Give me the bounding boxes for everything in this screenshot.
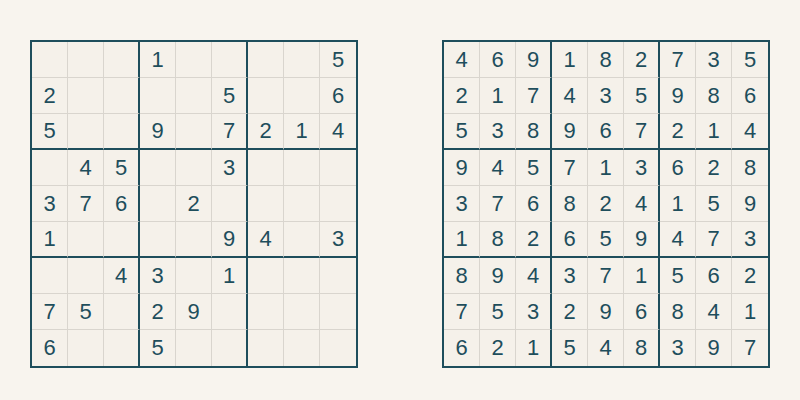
puzzle-cell-r1c9[interactable]: 5	[320, 42, 356, 78]
puzzle-cell-r8c7[interactable]	[248, 294, 284, 330]
solution-cell-r4c5: 1	[588, 150, 624, 186]
solution-cell-r3c3: 8	[516, 114, 552, 150]
puzzle-cell-r9c7[interactable]	[248, 330, 284, 366]
solution-cell-r5c3: 6	[516, 186, 552, 222]
puzzle-cell-r6c9[interactable]: 3	[320, 222, 356, 258]
solution-cell-r6c1: 1	[444, 222, 480, 258]
puzzle-cell-r9c6[interactable]	[212, 330, 248, 366]
solution-cell-r3c1: 5	[444, 114, 480, 150]
puzzle-cell-r1c5[interactable]	[176, 42, 212, 78]
puzzle-cell-r9c1[interactable]: 6	[32, 330, 68, 366]
solution-cell-r4c6: 3	[624, 150, 660, 186]
solution-cell-r7c4: 3	[552, 258, 588, 294]
puzzle-cell-r2c7[interactable]	[248, 78, 284, 114]
puzzle-cell-r8c1[interactable]: 7	[32, 294, 68, 330]
solution-cell-r3c7: 2	[660, 114, 696, 150]
solution-cell-r7c6: 1	[624, 258, 660, 294]
solution-cell-r2c6: 5	[624, 78, 660, 114]
solution-cell-r8c1: 7	[444, 294, 480, 330]
puzzle-cell-r4c8[interactable]	[284, 150, 320, 186]
solution-cell-r8c4: 2	[552, 294, 588, 330]
solution-cell-r2c7: 9	[660, 78, 696, 114]
solution-cell-r9c9: 7	[732, 330, 768, 366]
solution-cell-r5c8: 5	[696, 186, 732, 222]
puzzle-cell-r3c5[interactable]	[176, 114, 212, 150]
solution-cell-r8c9: 1	[732, 294, 768, 330]
puzzle-cell-r5c5[interactable]: 2	[176, 186, 212, 222]
solution-cell-r2c1: 2	[444, 78, 480, 114]
puzzle-cell-r3c4[interactable]: 9	[140, 114, 176, 150]
solution-cell-r1c8: 3	[696, 42, 732, 78]
solution-cell-r4c4: 7	[552, 150, 588, 186]
solution-cell-r3c4: 9	[552, 114, 588, 150]
puzzle-cell-r6c1[interactable]: 1	[32, 222, 68, 258]
solution-cell-r6c6: 9	[624, 222, 660, 258]
solution-cell-r7c8: 6	[696, 258, 732, 294]
puzzle-cell-r7c1[interactable]	[32, 258, 68, 294]
puzzle-cell-r5c6[interactable]	[212, 186, 248, 222]
solution-cell-r3c5: 6	[588, 114, 624, 150]
puzzle-cell-r4c4[interactable]	[140, 150, 176, 186]
solution-cell-r1c7: 7	[660, 42, 696, 78]
solution-cell-r7c2: 9	[480, 258, 516, 294]
puzzle-cell-r7c8[interactable]	[284, 258, 320, 294]
puzzle-cell-r1c2[interactable]	[68, 42, 104, 78]
solution-cell-r4c7: 6	[660, 150, 696, 186]
solution-cell-r4c8: 2	[696, 150, 732, 186]
solution-cell-r9c1: 6	[444, 330, 480, 366]
solution-cell-r2c8: 8	[696, 78, 732, 114]
puzzle-cell-r4c3[interactable]: 5	[104, 150, 140, 186]
puzzle-cell-r8c9[interactable]	[320, 294, 356, 330]
solution-cell-r1c4: 1	[552, 42, 588, 78]
puzzle-cell-r1c4[interactable]: 1	[140, 42, 176, 78]
puzzle-cell-r5c8[interactable]	[284, 186, 320, 222]
puzzle-cell-r8c6[interactable]	[212, 294, 248, 330]
puzzle-cell-r8c2[interactable]: 5	[68, 294, 104, 330]
solution-cell-r8c8: 4	[696, 294, 732, 330]
solution-cell-r4c1: 9	[444, 150, 480, 186]
sudoku-page: 1525659721445337621943431752965 46918273…	[0, 0, 800, 400]
solution-cell-r9c2: 2	[480, 330, 516, 366]
puzzle-cell-r6c5[interactable]	[176, 222, 212, 258]
puzzle-cell-r2c5[interactable]	[176, 78, 212, 114]
solution-cell-r5c4: 8	[552, 186, 588, 222]
solution-cell-r2c3: 7	[516, 78, 552, 114]
solution-cell-r8c7: 8	[660, 294, 696, 330]
solution-cell-r3c9: 4	[732, 114, 768, 150]
puzzle-cell-r2c4[interactable]	[140, 78, 176, 114]
puzzle-cell-r3c2[interactable]	[68, 114, 104, 150]
puzzle-cell-r1c7[interactable]	[248, 42, 284, 78]
puzzle-cell-r5c4[interactable]	[140, 186, 176, 222]
puzzle-cell-r6c3[interactable]	[104, 222, 140, 258]
puzzle-cell-r7c2[interactable]	[68, 258, 104, 294]
solution-cell-r8c3: 3	[516, 294, 552, 330]
solution-cell-r6c8: 7	[696, 222, 732, 258]
puzzle-cell-r4c9[interactable]	[320, 150, 356, 186]
solution-board: 4691827352174359865389672149457136283768…	[442, 40, 770, 368]
solution-cell-r2c9: 6	[732, 78, 768, 114]
puzzle-cell-r6c8[interactable]	[284, 222, 320, 258]
solution-cell-r4c3: 5	[516, 150, 552, 186]
solution-cell-r6c3: 2	[516, 222, 552, 258]
puzzle-cell-r4c7[interactable]	[248, 150, 284, 186]
puzzle-cell-r9c5[interactable]	[176, 330, 212, 366]
solution-cell-r4c2: 4	[480, 150, 516, 186]
solution-cell-r4c9: 8	[732, 150, 768, 186]
puzzle-cell-r5c3[interactable]: 6	[104, 186, 140, 222]
solution-cell-r9c4: 5	[552, 330, 588, 366]
solution-cell-r2c2: 1	[480, 78, 516, 114]
puzzle-cell-r2c6[interactable]: 5	[212, 78, 248, 114]
puzzle-cell-r4c5[interactable]	[176, 150, 212, 186]
puzzle-cell-r5c7[interactable]	[248, 186, 284, 222]
solution-cell-r5c7: 1	[660, 186, 696, 222]
puzzle-cell-r6c4[interactable]	[140, 222, 176, 258]
solution-cell-r6c7: 4	[660, 222, 696, 258]
puzzle-cell-r3c3[interactable]	[104, 114, 140, 150]
puzzle-cell-r2c2[interactable]	[68, 78, 104, 114]
solution-cell-r6c9: 3	[732, 222, 768, 258]
puzzle-cell-r2c9[interactable]: 6	[320, 78, 356, 114]
puzzle-cell-r2c8[interactable]	[284, 78, 320, 114]
solution-cell-r7c7: 5	[660, 258, 696, 294]
puzzle-cell-r4c6[interactable]: 3	[212, 150, 248, 186]
puzzle-cell-r7c6[interactable]: 1	[212, 258, 248, 294]
puzzle-cell-r6c7[interactable]: 4	[248, 222, 284, 258]
puzzle-cell-r4c2[interactable]: 4	[68, 150, 104, 186]
solution-cell-r1c3: 9	[516, 42, 552, 78]
puzzle-cell-r6c2[interactable]	[68, 222, 104, 258]
solution-cell-r1c6: 2	[624, 42, 660, 78]
solution-cell-r8c6: 6	[624, 294, 660, 330]
puzzle-cell-r8c3[interactable]	[104, 294, 140, 330]
puzzle-cell-r9c2[interactable]	[68, 330, 104, 366]
solution-cell-r7c1: 8	[444, 258, 480, 294]
puzzle-cell-r7c7[interactable]	[248, 258, 284, 294]
puzzle-cell-r4c1[interactable]	[32, 150, 68, 186]
puzzle-cell-r7c3[interactable]: 4	[104, 258, 140, 294]
solution-cell-r3c6: 7	[624, 114, 660, 150]
puzzle-cell-r5c2[interactable]: 7	[68, 186, 104, 222]
puzzle-cell-r3c6[interactable]: 7	[212, 114, 248, 150]
puzzle-cell-r7c9[interactable]	[320, 258, 356, 294]
solution-cell-r2c4: 4	[552, 78, 588, 114]
solution-cell-r5c9: 9	[732, 186, 768, 222]
solution-cell-r1c2: 6	[480, 42, 516, 78]
puzzle-cell-r3c9[interactable]: 4	[320, 114, 356, 150]
solution-cell-r3c8: 1	[696, 114, 732, 150]
solution-cell-r6c2: 8	[480, 222, 516, 258]
solution-cell-r1c5: 8	[588, 42, 624, 78]
puzzle-cell-r8c4[interactable]: 2	[140, 294, 176, 330]
solution-cell-r1c1: 4	[444, 42, 480, 78]
puzzle-cell-r7c5[interactable]	[176, 258, 212, 294]
puzzle-cell-r1c8[interactable]	[284, 42, 320, 78]
puzzle-cell-r3c7[interactable]: 2	[248, 114, 284, 150]
puzzle-cell-r6c6[interactable]: 9	[212, 222, 248, 258]
solution-cell-r3c2: 3	[480, 114, 516, 150]
solution-cell-r5c5: 2	[588, 186, 624, 222]
solution-cell-r7c5: 7	[588, 258, 624, 294]
solution-cell-r8c5: 9	[588, 294, 624, 330]
puzzle-cell-r5c1[interactable]: 3	[32, 186, 68, 222]
puzzle-cell-r7c4[interactable]: 3	[140, 258, 176, 294]
puzzle-cell-r2c1[interactable]: 2	[32, 78, 68, 114]
puzzle-cell-r1c3[interactable]	[104, 42, 140, 78]
puzzle-cell-r9c4[interactable]: 5	[140, 330, 176, 366]
solution-cell-r6c4: 6	[552, 222, 588, 258]
puzzle-cell-r5c9[interactable]	[320, 186, 356, 222]
puzzle-cell-r3c1[interactable]: 5	[32, 114, 68, 150]
puzzle-cell-r2c3[interactable]	[104, 78, 140, 114]
puzzle-cell-r1c6[interactable]	[212, 42, 248, 78]
solution-cell-r5c2: 7	[480, 186, 516, 222]
solution-cell-r7c9: 2	[732, 258, 768, 294]
solution-cell-r9c5: 4	[588, 330, 624, 366]
solution-cell-r6c5: 5	[588, 222, 624, 258]
puzzle-cell-r9c3[interactable]	[104, 330, 140, 366]
solution-cell-r9c8: 9	[696, 330, 732, 366]
solution-cell-r5c1: 3	[444, 186, 480, 222]
solution-cell-r9c7: 3	[660, 330, 696, 366]
solution-cell-r8c2: 5	[480, 294, 516, 330]
puzzle-cell-r9c8[interactable]	[284, 330, 320, 366]
puzzle-cell-r8c8[interactable]	[284, 294, 320, 330]
solution-cell-r9c6: 8	[624, 330, 660, 366]
puzzle-cell-r3c8[interactable]: 1	[284, 114, 320, 150]
puzzle-cell-r8c5[interactable]: 9	[176, 294, 212, 330]
puzzle-cell-r9c9[interactable]	[320, 330, 356, 366]
puzzle-cell-r1c1[interactable]	[32, 42, 68, 78]
solution-cell-r7c3: 4	[516, 258, 552, 294]
solution-cell-r1c9: 5	[732, 42, 768, 78]
solution-cell-r2c5: 3	[588, 78, 624, 114]
solution-cell-r5c6: 4	[624, 186, 660, 222]
puzzle-board: 1525659721445337621943431752965	[30, 40, 358, 368]
solution-cell-r9c3: 1	[516, 330, 552, 366]
